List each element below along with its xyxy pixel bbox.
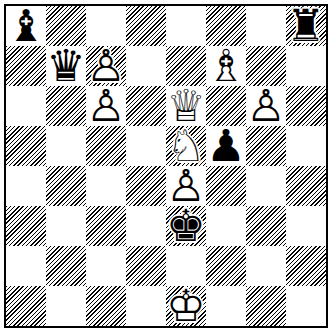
square-c4[interactable] [86, 166, 126, 206]
square-d1[interactable] [126, 286, 166, 326]
square-e3[interactable]: ♚♚ [166, 206, 206, 246]
black-rook-icon[interactable]: ♜ [286, 6, 326, 46]
square-d6[interactable] [126, 86, 166, 126]
square-g7[interactable] [246, 46, 286, 86]
square-b1[interactable] [46, 286, 86, 326]
white-queen-icon[interactable]: ♕ [166, 86, 206, 126]
square-h5[interactable] [286, 126, 326, 166]
piece-fill-layer: ♟ [246, 86, 286, 126]
square-d2[interactable] [126, 246, 166, 286]
square-e6[interactable]: ♛♕ [166, 86, 206, 126]
piece-fill-layer: ♞ [166, 126, 206, 166]
square-e1[interactable]: ♚♔ [166, 286, 206, 326]
white-knight-icon[interactable]: ♘ [166, 126, 206, 166]
piece-fill-layer: ♚ [166, 206, 206, 246]
square-b5[interactable] [46, 126, 86, 166]
square-f4[interactable] [206, 166, 246, 206]
piece-fill-layer: ♝ [6, 6, 46, 46]
square-g2[interactable] [246, 246, 286, 286]
square-g5[interactable] [246, 126, 286, 166]
chess-diagram: ♝♝♜♜♛♛♟♙♝♗♟♙♛♕♟♙♞♘♟♟♟♙♚♚♚♔ [0, 0, 332, 332]
square-a6[interactable] [6, 86, 46, 126]
white-pawn-icon[interactable]: ♙ [246, 86, 286, 126]
square-a1[interactable] [6, 286, 46, 326]
white-bishop-icon[interactable]: ♗ [206, 46, 246, 86]
square-a7[interactable] [6, 46, 46, 86]
square-a5[interactable] [6, 126, 46, 166]
piece-fill-layer: ♚ [166, 286, 206, 326]
square-a2[interactable] [6, 246, 46, 286]
square-h1[interactable] [286, 286, 326, 326]
square-d3[interactable] [126, 206, 166, 246]
square-c6[interactable]: ♟♙ [86, 86, 126, 126]
square-h4[interactable] [286, 166, 326, 206]
piece-fill-layer: ♟ [166, 166, 206, 206]
square-b3[interactable] [46, 206, 86, 246]
square-c2[interactable] [86, 246, 126, 286]
square-b2[interactable] [46, 246, 86, 286]
square-g6[interactable]: ♟♙ [246, 86, 286, 126]
square-c5[interactable] [86, 126, 126, 166]
square-f2[interactable] [206, 246, 246, 286]
piece-fill-layer: ♛ [166, 86, 206, 126]
white-pawn-icon[interactable]: ♙ [86, 46, 126, 86]
square-b6[interactable] [46, 86, 86, 126]
white-pawn-icon[interactable]: ♙ [166, 166, 206, 206]
square-c1[interactable] [86, 286, 126, 326]
white-king-icon[interactable]: ♔ [166, 286, 206, 326]
square-f1[interactable] [206, 286, 246, 326]
square-e5[interactable]: ♞♘ [166, 126, 206, 166]
square-a8[interactable]: ♝♝ [6, 6, 46, 46]
piece-fill-layer: ♛ [46, 46, 86, 86]
square-c7[interactable]: ♟♙ [86, 46, 126, 86]
square-f6[interactable] [206, 86, 246, 126]
square-f8[interactable] [206, 6, 246, 46]
square-e8[interactable] [166, 6, 206, 46]
square-d7[interactable] [126, 46, 166, 86]
square-d4[interactable] [126, 166, 166, 206]
square-g3[interactable] [246, 206, 286, 246]
square-h2[interactable] [286, 246, 326, 286]
square-a3[interactable] [6, 206, 46, 246]
square-g4[interactable] [246, 166, 286, 206]
square-f7[interactable]: ♝♗ [206, 46, 246, 86]
square-f5[interactable]: ♟♟ [206, 126, 246, 166]
piece-fill-layer: ♟ [86, 86, 126, 126]
piece-fill-layer: ♜ [286, 6, 326, 46]
square-c3[interactable] [86, 206, 126, 246]
square-f3[interactable] [206, 206, 246, 246]
square-a4[interactable] [6, 166, 46, 206]
white-pawn-icon[interactable]: ♙ [86, 86, 126, 126]
square-h8[interactable]: ♜♜ [286, 6, 326, 46]
square-e2[interactable] [166, 246, 206, 286]
square-e4[interactable]: ♟♙ [166, 166, 206, 206]
black-pawn-icon[interactable]: ♟ [206, 126, 246, 166]
square-d8[interactable] [126, 6, 166, 46]
square-d5[interactable] [126, 126, 166, 166]
square-e7[interactable] [166, 46, 206, 86]
square-b7[interactable]: ♛♛ [46, 46, 86, 86]
chess-board: ♝♝♜♜♛♛♟♙♝♗♟♙♛♕♟♙♞♘♟♟♟♙♚♚♚♔ [6, 6, 326, 326]
black-queen-icon[interactable]: ♛ [46, 46, 86, 86]
square-b8[interactable] [46, 6, 86, 46]
square-b4[interactable] [46, 166, 86, 206]
square-c8[interactable] [86, 6, 126, 46]
piece-fill-layer: ♝ [206, 46, 246, 86]
square-h7[interactable] [286, 46, 326, 86]
square-h3[interactable] [286, 206, 326, 246]
square-h6[interactable] [286, 86, 326, 126]
black-bishop-icon[interactable]: ♝ [6, 6, 46, 46]
board-frame: ♝♝♜♜♛♛♟♙♝♗♟♙♛♕♟♙♞♘♟♟♟♙♚♚♚♔ [4, 4, 328, 328]
square-g8[interactable] [246, 6, 286, 46]
piece-fill-layer: ♟ [206, 126, 246, 166]
square-g1[interactable] [246, 286, 286, 326]
piece-fill-layer: ♟ [86, 46, 126, 86]
black-king-icon[interactable]: ♚ [166, 206, 206, 246]
